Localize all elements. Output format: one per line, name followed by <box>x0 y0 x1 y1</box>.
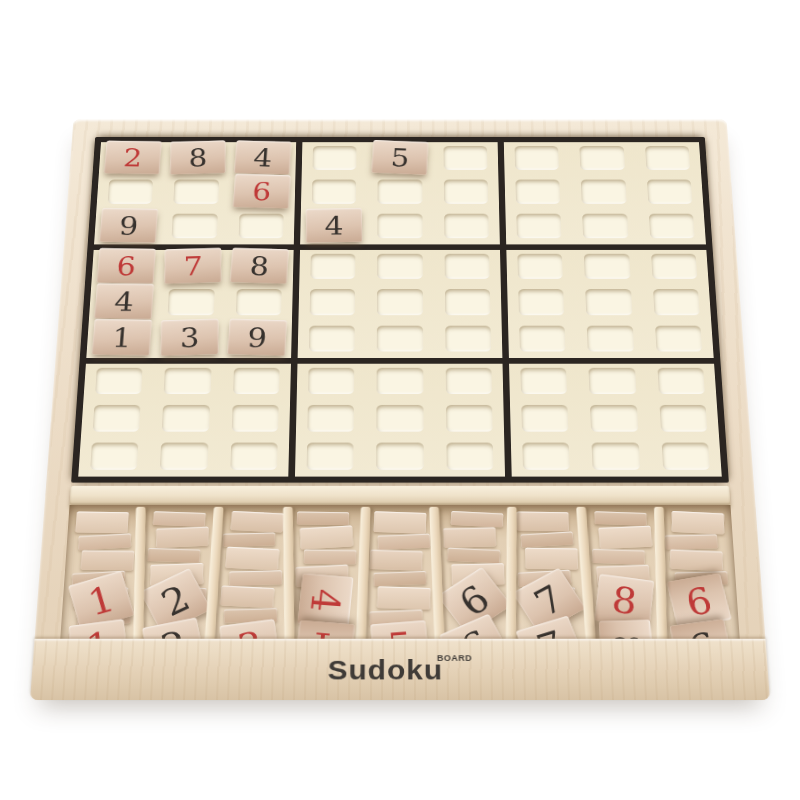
grid-box-3-2 <box>295 363 505 476</box>
cell-pocket <box>522 442 570 469</box>
grid-cell-r2c2[interactable] <box>162 176 229 210</box>
cell-pocket <box>310 289 356 315</box>
grid-cell-r3c1[interactable]: 9 <box>94 210 162 245</box>
grid-cell-r8c9[interactable] <box>648 401 719 439</box>
cell-pocket <box>651 254 698 279</box>
grid-cell-r1c2[interactable]: 8 <box>164 142 231 176</box>
cell-pocket <box>377 289 422 315</box>
blank-tile[interactable] <box>443 527 496 548</box>
grid-cell-r3c5[interactable] <box>367 210 434 245</box>
blank-tile[interactable] <box>75 512 129 534</box>
cell-pocket <box>308 367 355 393</box>
grid-box-2-2 <box>298 250 503 358</box>
blank-tile[interactable] <box>451 511 504 527</box>
grid-cell-r9c9[interactable] <box>650 438 722 476</box>
grid-box-3-1 <box>78 363 291 476</box>
blank-tile[interactable] <box>147 548 200 563</box>
sudoku-grid: 28469546784139 <box>71 137 729 483</box>
blank-tile[interactable] <box>369 550 422 571</box>
cell-pocket <box>516 214 561 239</box>
cell-pocket <box>378 180 422 204</box>
grid-cell-r2c1[interactable] <box>96 176 164 210</box>
grid-cell-r4c2[interactable]: 7 <box>158 250 227 285</box>
blank-tile[interactable] <box>374 511 427 534</box>
board-tile-4[interactable]: 4 <box>234 140 291 174</box>
cell-pocket <box>378 214 423 239</box>
grid-cell-r4c1[interactable]: 6 <box>91 250 160 285</box>
grid-cell-r6c8[interactable] <box>576 321 646 357</box>
frame-top-rail <box>72 119 728 137</box>
blank-tile[interactable] <box>377 534 430 550</box>
grid-cell-r6c7[interactable] <box>508 321 577 357</box>
grid-cell-r4c3[interactable]: 8 <box>226 250 294 285</box>
cell-pocket <box>659 405 707 432</box>
grid-cell-r9c5[interactable] <box>365 438 435 476</box>
cell-pocket <box>309 325 355 351</box>
brand-title: Sudoku <box>327 654 443 685</box>
cell-pocket <box>90 442 139 469</box>
grid-cell-r7c8[interactable] <box>577 363 647 400</box>
cell-pocket <box>582 214 628 239</box>
grid-cell-r6c9[interactable] <box>643 321 713 357</box>
board-tile-4[interactable]: 4 <box>306 208 362 243</box>
board-tile-9[interactable]: 9 <box>228 319 288 356</box>
board-tile-9[interactable]: 9 <box>99 208 158 243</box>
cell-pocket <box>231 405 278 432</box>
grid-cell-r1c8[interactable] <box>569 142 636 176</box>
board-tile-4[interactable]: 4 <box>94 283 154 319</box>
cell-pocket <box>233 367 280 393</box>
grid-cell-r1c7[interactable] <box>504 142 570 176</box>
grid-cell-r5c1[interactable]: 4 <box>89 285 159 321</box>
cell-pocket <box>312 180 357 204</box>
blank-tile[interactable] <box>300 525 353 549</box>
cell-pocket <box>444 180 489 204</box>
cell-pocket <box>647 180 693 204</box>
grid-cell-r7c7[interactable] <box>509 363 579 400</box>
blank-tile[interactable] <box>672 511 724 534</box>
grid-box-1-3 <box>504 142 706 244</box>
grid-cell-r1c6[interactable] <box>433 142 499 176</box>
grid-cell-r1c9[interactable] <box>634 142 701 176</box>
cell-pocket <box>443 146 487 170</box>
grid-cell-r9c8[interactable] <box>580 438 651 476</box>
cell-pocket <box>587 325 634 351</box>
grid-cell-r8c3[interactable] <box>220 401 290 439</box>
cell-pocket <box>520 367 567 393</box>
blank-tile[interactable] <box>79 533 131 550</box>
grid-cell-r7c9[interactable] <box>646 363 717 400</box>
cell-pocket <box>174 180 219 204</box>
blank-tile[interactable] <box>598 526 652 549</box>
grid-cell-r5c7[interactable] <box>507 285 576 321</box>
grid-cell-r4c8[interactable] <box>573 250 642 285</box>
board-front-face: SudokuBOARD <box>30 639 770 700</box>
blank-tile[interactable] <box>153 511 206 527</box>
grid-cell-r7c1[interactable] <box>83 363 154 400</box>
blank-tile[interactable] <box>157 527 209 548</box>
grid-cell-r5c8[interactable] <box>574 285 643 321</box>
blank-tile-stack <box>367 512 432 625</box>
grid-cell-r6c5[interactable] <box>366 321 434 357</box>
grid-cell-r1c3[interactable]: 4 <box>230 142 296 176</box>
cell-pocket <box>517 254 563 279</box>
cell-pocket <box>376 442 423 469</box>
grid-cell-r8c7[interactable] <box>510 401 580 439</box>
cell-pocket <box>446 405 493 432</box>
tray-rail <box>70 486 731 505</box>
cell-pocket <box>649 214 695 239</box>
photo-background: 28469546784139 1122344566778899 SudokuBO… <box>0 0 800 800</box>
board-tile-6[interactable]: 6 <box>96 248 155 283</box>
blank-tile[interactable] <box>526 548 579 570</box>
grid-cell-r3c8[interactable] <box>571 210 639 245</box>
cell-pocket <box>581 180 626 204</box>
grid-cell-r3c7[interactable] <box>505 210 572 245</box>
grid-cell-r2c5[interactable] <box>367 176 433 210</box>
brand-text: SudokuBOARD <box>327 653 472 685</box>
grid-cell-r4c5[interactable] <box>366 250 433 285</box>
grid-cell-r5c6[interactable] <box>434 285 502 321</box>
grid-cell-r9c3[interactable] <box>218 438 289 476</box>
grid-cell-r8c4[interactable] <box>296 401 366 439</box>
cell-pocket <box>313 146 357 170</box>
cell-pocket <box>377 405 424 432</box>
cell-pocket <box>160 442 208 469</box>
cell-pocket <box>445 325 491 351</box>
cell-pocket <box>655 325 702 351</box>
cell-pocket <box>521 405 568 432</box>
cell-pocket <box>445 367 492 393</box>
cell-pocket <box>95 367 143 393</box>
board-tile-2[interactable]: 2 <box>104 140 162 174</box>
cell-pocket <box>236 289 282 315</box>
cell-pocket <box>590 405 638 432</box>
grid-cell-r3c2[interactable] <box>161 210 229 245</box>
grid-cell-r9c1[interactable] <box>78 438 150 476</box>
blank-tile[interactable] <box>665 534 718 549</box>
grid-box-2-1: 6784139 <box>86 250 293 358</box>
cell-pocket <box>230 442 278 469</box>
blank-tile[interactable] <box>225 547 279 571</box>
grid-cell-r6c6[interactable] <box>434 321 503 357</box>
cell-pocket <box>377 254 422 279</box>
grid-cell-r1c5[interactable]: 5 <box>367 142 433 176</box>
cell-pocket <box>307 405 354 432</box>
grid-cell-r2c4[interactable] <box>301 176 367 210</box>
grid-cell-r3c9[interactable] <box>638 210 706 245</box>
cell-pocket <box>377 367 423 393</box>
grid-cell-r1c4[interactable] <box>302 142 368 176</box>
grid-cell-r9c6[interactable] <box>435 438 505 476</box>
grid-cell-r7c5[interactable] <box>366 363 435 400</box>
board-tile-1[interactable]: 1 <box>91 319 151 355</box>
cell-pocket <box>653 289 700 315</box>
cell-pocket <box>519 325 566 351</box>
cell-pocket <box>661 442 710 469</box>
grid-cell-r8c5[interactable] <box>365 401 434 439</box>
grid-box-1-2: 54 <box>300 142 500 244</box>
board-tile-5[interactable]: 5 <box>371 140 428 175</box>
cell-pocket <box>307 442 354 469</box>
grid-cell-r5c4[interactable] <box>298 285 366 321</box>
grid-cell-r2c6[interactable] <box>433 176 499 210</box>
blank-tile[interactable] <box>222 532 274 546</box>
grid-cell-r2c3[interactable]: 6 <box>229 176 296 210</box>
grid-box-1-1: 28469 <box>94 142 296 244</box>
grid-cell-r5c5[interactable] <box>366 285 434 321</box>
cell-pocket <box>515 146 560 170</box>
grid-cell-r6c4[interactable] <box>298 321 367 357</box>
grid-cell-r9c2[interactable] <box>148 438 219 476</box>
blank-tile[interactable] <box>303 549 356 564</box>
grid-cell-r8c1[interactable] <box>81 401 152 439</box>
blank-tile[interactable] <box>521 532 574 548</box>
blank-tile[interactable] <box>229 570 282 586</box>
cell-pocket <box>310 254 355 279</box>
board-tile-8[interactable]: 8 <box>170 140 225 174</box>
cell-pocket <box>592 442 640 469</box>
cell-pocket <box>172 214 218 239</box>
grid-cell-r6c2[interactable]: 3 <box>155 321 225 357</box>
board-tile-6[interactable]: 6 <box>233 173 291 208</box>
grid-cell-r3c4[interactable]: 4 <box>300 210 367 245</box>
sudoku-board: 28469546784139 1122344566778899 SudokuBO… <box>30 119 770 700</box>
cell-pocket <box>446 442 493 469</box>
grid-cell-r4c4[interactable] <box>299 250 366 285</box>
cell-pocket <box>444 254 489 279</box>
grid-cell-r7c2[interactable] <box>152 363 222 400</box>
blank-tile[interactable] <box>517 512 569 532</box>
cell-pocket <box>586 289 633 315</box>
cell-pocket <box>580 146 625 170</box>
cell-pocket <box>445 289 491 315</box>
cell-pocket <box>444 214 489 239</box>
grid-cell-r4c9[interactable] <box>640 250 709 285</box>
grid-cell-r5c2[interactable] <box>157 285 226 321</box>
cell-pocket <box>238 214 283 239</box>
blank-tile[interactable] <box>81 550 135 570</box>
cell-pocket <box>164 367 211 393</box>
cell-pocket <box>377 325 423 351</box>
board-tile-3[interactable]: 3 <box>161 319 219 356</box>
grid-cell-r5c9[interactable] <box>642 285 712 321</box>
grid-cell-r7c3[interactable] <box>221 363 291 400</box>
grid-cell-r4c7[interactable] <box>506 250 574 285</box>
cell-pocket <box>515 180 560 204</box>
board-tile-7[interactable]: 7 <box>164 248 221 284</box>
grid-cell-r8c2[interactable] <box>150 401 221 439</box>
blank-tile[interactable] <box>447 548 500 564</box>
blank-tile[interactable] <box>220 586 274 608</box>
blank-tile[interactable] <box>594 511 646 526</box>
blank-tile[interactable] <box>296 512 348 526</box>
grid-cell-r2c9[interactable] <box>636 176 704 210</box>
board-tile-8[interactable]: 8 <box>230 248 289 284</box>
grid-cell-r3c3[interactable] <box>227 210 294 245</box>
grid-cell-r8c8[interactable] <box>579 401 650 439</box>
grid-box-2-3 <box>506 250 713 358</box>
blank-tile-stack <box>217 512 285 622</box>
cell-pocket <box>168 289 215 315</box>
grid-cell-r2c8[interactable] <box>570 176 637 210</box>
grid-cell-r5c3[interactable] <box>224 285 293 321</box>
blank-tile[interactable] <box>670 549 723 571</box>
grid-cell-r4c6[interactable] <box>433 250 500 285</box>
cell-pocket <box>93 405 141 432</box>
blank-tile[interactable] <box>592 549 645 565</box>
grid-cell-r3c6[interactable] <box>433 210 500 245</box>
grid-cell-r7c6[interactable] <box>434 363 503 400</box>
grid-cell-r9c4[interactable] <box>295 438 365 476</box>
grid-cell-r6c3[interactable]: 9 <box>223 321 292 357</box>
cell-pocket <box>589 367 636 393</box>
grid-cell-r2c7[interactable] <box>505 176 572 210</box>
cell-pocket <box>584 254 630 279</box>
grid-cell-r6c1[interactable]: 1 <box>86 321 156 357</box>
blank-tile[interactable] <box>230 511 284 533</box>
cell-pocket <box>162 405 210 432</box>
blank-tile[interactable] <box>373 571 426 587</box>
cell-pocket <box>108 180 154 204</box>
grid-cell-r9c7[interactable] <box>511 438 582 476</box>
grid-box-3-3 <box>509 363 722 476</box>
grid-cell-r1c1[interactable]: 2 <box>99 142 166 176</box>
cell-pocket <box>518 289 564 315</box>
blank-tile[interactable] <box>377 586 431 609</box>
cell-pocket <box>657 367 705 393</box>
cell-pocket <box>645 146 690 170</box>
brand-subtitle: BOARD <box>437 653 472 662</box>
grid-cell-r7c4[interactable] <box>297 363 366 400</box>
grid-cell-r8c6[interactable] <box>434 401 504 439</box>
blank-tile-stack <box>588 512 656 585</box>
